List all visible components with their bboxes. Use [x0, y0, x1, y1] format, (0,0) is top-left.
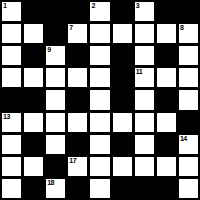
clue-number: 14	[180, 135, 187, 143]
white-cell-5-5[interactable]	[113, 113, 132, 132]
white-cell-1-8[interactable]: 8	[179, 24, 198, 43]
white-cell-5-2[interactable]	[46, 113, 65, 132]
black-cell-4-5	[113, 90, 132, 109]
white-cell-0-0[interactable]: 1	[2, 2, 21, 21]
black-cell-6-3	[68, 135, 87, 154]
white-cell-5-7[interactable]	[157, 113, 176, 132]
white-cell-2-4[interactable]	[90, 46, 109, 65]
black-cell-4-7	[157, 90, 176, 109]
white-cell-6-0[interactable]	[2, 135, 21, 154]
clue-number: 1	[3, 2, 6, 10]
white-cell-3-6[interactable]: 11	[135, 68, 154, 87]
black-cell-2-3	[68, 46, 87, 65]
white-cell-7-1[interactable]	[24, 157, 43, 176]
clue-number: 17	[69, 157, 76, 165]
white-cell-4-2[interactable]	[46, 90, 65, 109]
white-cell-3-1[interactable]	[24, 68, 43, 87]
white-cell-4-8[interactable]	[179, 90, 198, 109]
white-cell-7-8[interactable]	[179, 157, 198, 176]
white-cell-8-4[interactable]	[90, 179, 109, 198]
white-cell-2-2[interactable]: 9	[46, 46, 65, 65]
black-cell-8-6	[135, 179, 154, 198]
black-cell-2-1	[24, 46, 43, 65]
black-cell-6-7	[157, 135, 176, 154]
white-cell-6-6[interactable]	[135, 135, 154, 154]
black-cell-6-1	[24, 135, 43, 154]
clue-number: 18	[47, 179, 54, 187]
white-cell-2-6[interactable]	[135, 46, 154, 65]
black-cell-4-1	[24, 90, 43, 109]
white-cell-1-1[interactable]	[24, 24, 43, 43]
white-cell-5-1[interactable]	[24, 113, 43, 132]
white-cell-5-6[interactable]	[135, 113, 154, 132]
black-cell-8-5	[113, 179, 132, 198]
clue-number: 11	[136, 68, 142, 76]
white-cell-7-0[interactable]	[2, 157, 21, 176]
white-cell-7-4[interactable]	[90, 157, 109, 176]
black-cell-5-8	[179, 113, 198, 132]
white-cell-2-0[interactable]	[2, 46, 21, 65]
white-cell-0-4[interactable]: 2	[90, 2, 109, 21]
white-cell-6-4[interactable]	[90, 135, 109, 154]
clue-number: 9	[47, 46, 50, 54]
white-cell-1-7[interactable]	[157, 24, 176, 43]
black-cell-2-7	[157, 46, 176, 65]
white-cell-7-3[interactable]: 17	[68, 157, 87, 176]
clue-number: 7	[69, 24, 72, 32]
black-cell-8-1	[24, 179, 43, 198]
clue-number: 13	[3, 113, 10, 121]
white-cell-3-3[interactable]	[68, 68, 87, 87]
clue-number: 3	[136, 2, 139, 10]
black-cell-8-3	[68, 179, 87, 198]
white-cell-1-0[interactable]	[2, 24, 21, 43]
white-cell-0-6[interactable]: 3	[135, 2, 154, 21]
white-cell-3-4[interactable]	[90, 68, 109, 87]
white-cell-3-8[interactable]	[179, 68, 198, 87]
black-cell-2-5	[113, 46, 132, 65]
white-cell-7-5[interactable]	[113, 157, 132, 176]
black-cell-6-5	[113, 135, 132, 154]
black-cell-0-2	[46, 2, 65, 21]
white-cell-7-7[interactable]	[157, 157, 176, 176]
white-cell-6-2[interactable]	[46, 135, 65, 154]
black-cell-7-2	[46, 157, 65, 176]
black-cell-0-5	[113, 2, 132, 21]
white-cell-6-8[interactable]: 14	[179, 135, 198, 154]
white-cell-4-4[interactable]	[90, 90, 109, 109]
clue-number: 2	[91, 2, 94, 10]
white-cell-1-6[interactable]	[135, 24, 154, 43]
white-cell-1-5[interactable]	[113, 24, 132, 43]
clue-number: 8	[180, 24, 183, 32]
black-cell-1-2	[46, 24, 65, 43]
white-cell-5-4[interactable]	[90, 113, 109, 132]
black-cell-3-5	[113, 68, 132, 87]
black-cell-0-1	[24, 2, 43, 21]
white-cell-5-0[interactable]: 13	[2, 113, 21, 132]
white-cell-3-0[interactable]	[2, 68, 21, 87]
white-cell-8-0[interactable]	[2, 179, 21, 198]
white-cell-7-6[interactable]	[135, 157, 154, 176]
crossword-board: 1237891113141718	[0, 0, 200, 200]
black-cell-8-7	[157, 179, 176, 198]
black-cell-0-7	[157, 2, 176, 21]
white-cell-5-3[interactable]	[68, 113, 87, 132]
white-cell-2-8[interactable]	[179, 46, 198, 65]
white-cell-8-8[interactable]	[179, 179, 198, 198]
white-cell-8-2[interactable]: 18	[46, 179, 65, 198]
white-cell-1-4[interactable]	[90, 24, 109, 43]
black-cell-4-0	[2, 90, 21, 109]
black-cell-4-3	[68, 90, 87, 109]
white-cell-3-7[interactable]	[157, 68, 176, 87]
white-cell-3-2[interactable]	[46, 68, 65, 87]
black-cell-0-3	[68, 2, 87, 21]
black-cell-0-8	[179, 2, 198, 21]
white-cell-4-6[interactable]	[135, 90, 154, 109]
white-cell-1-3[interactable]: 7	[68, 24, 87, 43]
